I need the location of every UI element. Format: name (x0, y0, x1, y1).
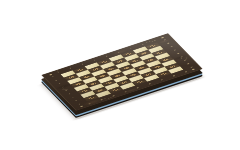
product-photo (0, 0, 240, 150)
